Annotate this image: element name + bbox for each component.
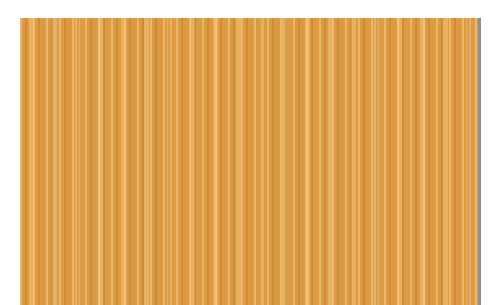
board-edge-shadow <box>478 18 481 305</box>
go-board[interactable] <box>20 18 478 305</box>
go-board-viewer <box>0 0 500 305</box>
board-grid <box>20 18 478 305</box>
